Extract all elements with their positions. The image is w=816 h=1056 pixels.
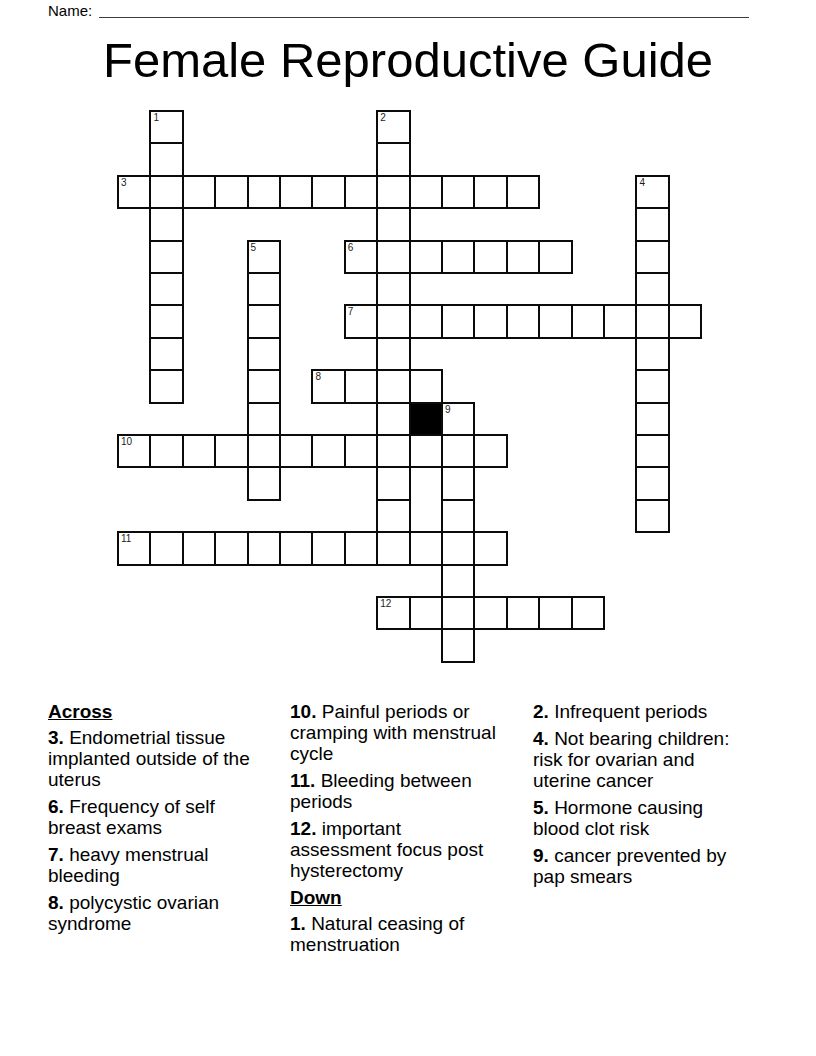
grid-cell[interactable] bbox=[409, 175, 443, 209]
clue-text: heavy menstrual bleeding bbox=[48, 844, 209, 886]
grid-cell[interactable] bbox=[182, 531, 216, 565]
grid-cell[interactable] bbox=[635, 369, 669, 403]
clue-text: Frequency of self breast exams bbox=[48, 796, 215, 838]
grid-cell[interactable] bbox=[311, 369, 345, 403]
grid-cell[interactable] bbox=[279, 531, 313, 565]
grid-cell[interactable] bbox=[149, 207, 183, 241]
clue-number: 1. bbox=[290, 913, 311, 934]
grid-cell[interactable] bbox=[441, 434, 475, 468]
grid-cell[interactable] bbox=[344, 240, 378, 274]
grid-cell[interactable] bbox=[247, 337, 281, 371]
grid-cell[interactable] bbox=[376, 434, 410, 468]
grid-cell[interactable] bbox=[149, 142, 183, 176]
grid-cell[interactable] bbox=[473, 175, 507, 209]
clue-text: Not bearing children: risk for ovarian a… bbox=[533, 728, 729, 791]
grid-cell[interactable] bbox=[117, 434, 151, 468]
grid-cell[interactable] bbox=[441, 466, 475, 500]
clue-number: 12. bbox=[290, 818, 322, 839]
grid-cell[interactable] bbox=[376, 304, 410, 338]
clue-11: 11. Bleeding between periods bbox=[290, 770, 501, 812]
grid-cell[interactable] bbox=[247, 402, 281, 436]
clue-6: 6. Frequency of self breast exams bbox=[48, 796, 262, 838]
grid-cell[interactable] bbox=[247, 434, 281, 468]
grid-cell[interactable] bbox=[506, 175, 540, 209]
grid-cell[interactable] bbox=[376, 466, 410, 500]
crossword-worksheet-page: Name: Female Reproductive Guide 12345678… bbox=[0, 0, 816, 1056]
grid-cell[interactable] bbox=[635, 304, 669, 338]
grid-cell[interactable] bbox=[409, 369, 443, 403]
grid-cell[interactable] bbox=[473, 240, 507, 274]
grid-cell[interactable] bbox=[603, 304, 637, 338]
name-blank-line[interactable] bbox=[99, 1, 749, 18]
grid-cell[interactable] bbox=[441, 564, 475, 598]
clue-number: 8. bbox=[48, 892, 69, 913]
grid-cell[interactable] bbox=[506, 304, 540, 338]
grid-cell[interactable] bbox=[214, 531, 248, 565]
clues-heading-down: Down bbox=[290, 887, 501, 908]
grid-cell[interactable] bbox=[149, 369, 183, 403]
grid-cell[interactable] bbox=[149, 531, 183, 565]
clue-number: 11. bbox=[290, 770, 321, 791]
grid-cell[interactable] bbox=[344, 175, 378, 209]
grid-cell[interactable] bbox=[344, 531, 378, 565]
clue-number: 3. bbox=[48, 727, 69, 748]
name-label: Name: bbox=[48, 2, 92, 19]
black-cell bbox=[409, 402, 443, 436]
grid-cell[interactable] bbox=[376, 272, 410, 306]
grid-cell[interactable] bbox=[571, 304, 605, 338]
grid-cell[interactable] bbox=[409, 434, 443, 468]
grid-cell[interactable] bbox=[441, 628, 475, 662]
grid-cell[interactable] bbox=[247, 466, 281, 500]
grid-cell[interactable] bbox=[376, 531, 410, 565]
clues-column-left: Across3. Endometrial tissue implanted ou… bbox=[48, 701, 262, 940]
grid-cell[interactable] bbox=[117, 531, 151, 565]
grid-cell[interactable] bbox=[635, 402, 669, 436]
clues-column-middle: 10. Painful periods or cramping with men… bbox=[290, 701, 501, 961]
grid-cell[interactable] bbox=[441, 531, 475, 565]
clue-4: 4. Not bearing children: risk for ovaria… bbox=[533, 728, 736, 791]
clue-number: 6. bbox=[48, 796, 69, 817]
grid-cell[interactable] bbox=[182, 434, 216, 468]
clue-2: 2. Infrequent periods bbox=[533, 701, 736, 722]
grid-cell[interactable] bbox=[149, 240, 183, 274]
clue-7: 7. heavy menstrual bleeding bbox=[48, 844, 262, 886]
grid-cell[interactable] bbox=[149, 272, 183, 306]
grid-cell[interactable] bbox=[376, 499, 410, 533]
clues-heading-label: Down bbox=[290, 887, 342, 908]
clue-8: 8. polycystic ovarian syndrome bbox=[48, 892, 262, 934]
clues-heading-label: Across bbox=[48, 701, 112, 722]
grid-cell[interactable] bbox=[376, 207, 410, 241]
grid-cell[interactable] bbox=[117, 175, 151, 209]
clue-number: 5. bbox=[533, 797, 554, 818]
clue-9: 9. cancer prevented by pap smears bbox=[533, 845, 736, 887]
grid-cell[interactable] bbox=[635, 207, 669, 241]
grid-cell[interactable] bbox=[635, 337, 669, 371]
grid-cell[interactable] bbox=[506, 596, 540, 630]
clue-12: 12. important assessment focus post hyst… bbox=[290, 818, 501, 881]
clue-1: 1. Natural ceasing of menstruation bbox=[290, 913, 501, 955]
clues-column-right: 2. Infrequent periods4. Not bearing chil… bbox=[533, 701, 736, 893]
grid-cell[interactable] bbox=[538, 596, 572, 630]
clue-number: 7. bbox=[48, 844, 69, 865]
grid-cell[interactable] bbox=[441, 499, 475, 533]
grid-cell[interactable] bbox=[376, 175, 410, 209]
clue-text: Natural ceasing of menstruation bbox=[290, 913, 464, 955]
grid-cell[interactable] bbox=[344, 369, 378, 403]
grid-cell[interactable] bbox=[668, 304, 702, 338]
grid-cell[interactable] bbox=[441, 402, 475, 436]
grid-cell[interactable] bbox=[214, 434, 248, 468]
grid-cell[interactable] bbox=[344, 434, 378, 468]
clue-5: 5. Hormone causing blood clot risk bbox=[533, 797, 736, 839]
grid-cell[interactable] bbox=[441, 304, 475, 338]
grid-cell[interactable] bbox=[376, 402, 410, 436]
grid-cell[interactable] bbox=[441, 596, 475, 630]
clue-text: Endometrial tissue implanted outside of … bbox=[48, 727, 250, 790]
clue-text: cancer prevented by pap smears bbox=[533, 845, 726, 887]
grid-cell[interactable] bbox=[441, 240, 475, 274]
grid-cell[interactable] bbox=[149, 434, 183, 468]
grid-cell[interactable] bbox=[182, 175, 216, 209]
grid-cell[interactable] bbox=[409, 304, 443, 338]
page-title: Female Reproductive Guide bbox=[0, 36, 816, 85]
grid-cell[interactable] bbox=[376, 142, 410, 176]
grid-cell[interactable] bbox=[247, 272, 281, 306]
grid-cell[interactable] bbox=[247, 240, 281, 274]
clue-number: 10. bbox=[290, 701, 322, 722]
grid-cell[interactable] bbox=[409, 531, 443, 565]
clue-text: Hormone causing blood clot risk bbox=[533, 797, 703, 839]
grid-cell[interactable] bbox=[635, 272, 669, 306]
clue-10: 10. Painful periods or cramping with men… bbox=[290, 701, 501, 764]
grid-cell[interactable] bbox=[409, 596, 443, 630]
grid-cell[interactable] bbox=[376, 337, 410, 371]
grid-cell[interactable] bbox=[247, 369, 281, 403]
grid-cell[interactable] bbox=[311, 531, 345, 565]
clue-3: 3. Endometrial tissue implanted outside … bbox=[48, 727, 262, 790]
grid-cell[interactable] bbox=[473, 434, 507, 468]
clue-text: Infrequent periods bbox=[554, 701, 707, 722]
crossword-grid: 123456789101112 bbox=[117, 110, 703, 663]
grid-cell[interactable] bbox=[409, 240, 443, 274]
grid-cell[interactable] bbox=[473, 531, 507, 565]
grid-cell[interactable] bbox=[571, 596, 605, 630]
clues-heading-across: Across bbox=[48, 701, 262, 722]
grid-cell[interactable] bbox=[344, 304, 378, 338]
grid-cell[interactable] bbox=[311, 434, 345, 468]
grid-cell[interactable] bbox=[473, 596, 507, 630]
grid-cell[interactable] bbox=[376, 596, 410, 630]
grid-cell[interactable] bbox=[247, 304, 281, 338]
grid-cell[interactable] bbox=[506, 240, 540, 274]
grid-cell[interactable] bbox=[279, 434, 313, 468]
clue-text: Painful periods or cramping with menstru… bbox=[290, 701, 496, 764]
grid-cell[interactable] bbox=[149, 337, 183, 371]
grid-cell[interactable] bbox=[635, 499, 669, 533]
grid-cell[interactable] bbox=[376, 110, 410, 144]
grid-cell[interactable] bbox=[247, 175, 281, 209]
clue-number: 9. bbox=[533, 845, 554, 866]
grid-cell[interactable] bbox=[538, 304, 572, 338]
clue-number: 2. bbox=[533, 701, 554, 722]
grid-cell[interactable] bbox=[635, 240, 669, 274]
grid-cell[interactable] bbox=[635, 175, 669, 209]
grid-cell[interactable] bbox=[376, 369, 410, 403]
grid-cell[interactable] bbox=[279, 175, 313, 209]
clue-number: 4. bbox=[533, 728, 554, 749]
grid-cell[interactable] bbox=[635, 466, 669, 500]
grid-cell[interactable] bbox=[473, 304, 507, 338]
grid-cell[interactable] bbox=[149, 175, 183, 209]
grid-cell[interactable] bbox=[376, 240, 410, 274]
grid-cell[interactable] bbox=[311, 175, 345, 209]
grid-cell[interactable] bbox=[149, 304, 183, 338]
clue-text: polycystic ovarian syndrome bbox=[48, 892, 219, 934]
grid-cell[interactable] bbox=[149, 110, 183, 144]
grid-cell[interactable] bbox=[635, 434, 669, 468]
grid-cell[interactable] bbox=[214, 175, 248, 209]
grid-cell[interactable] bbox=[538, 240, 572, 274]
grid-cell[interactable] bbox=[441, 175, 475, 209]
grid-cell[interactable] bbox=[247, 531, 281, 565]
